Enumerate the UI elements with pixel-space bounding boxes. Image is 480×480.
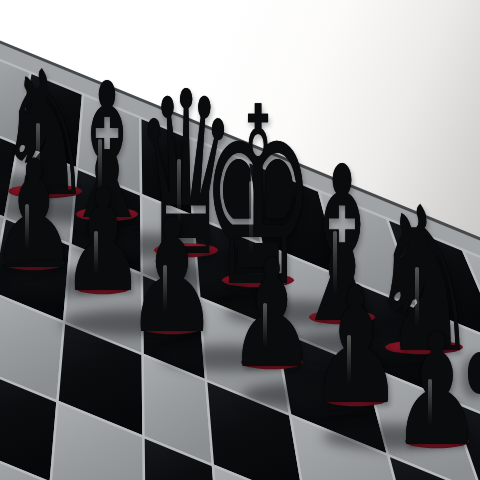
chess-set-photo-scene: ♞♝♛♟♚♟♝♟♞♟♟♟ (0, 0, 480, 480)
chessboard[interactable] (0, 0, 480, 480)
